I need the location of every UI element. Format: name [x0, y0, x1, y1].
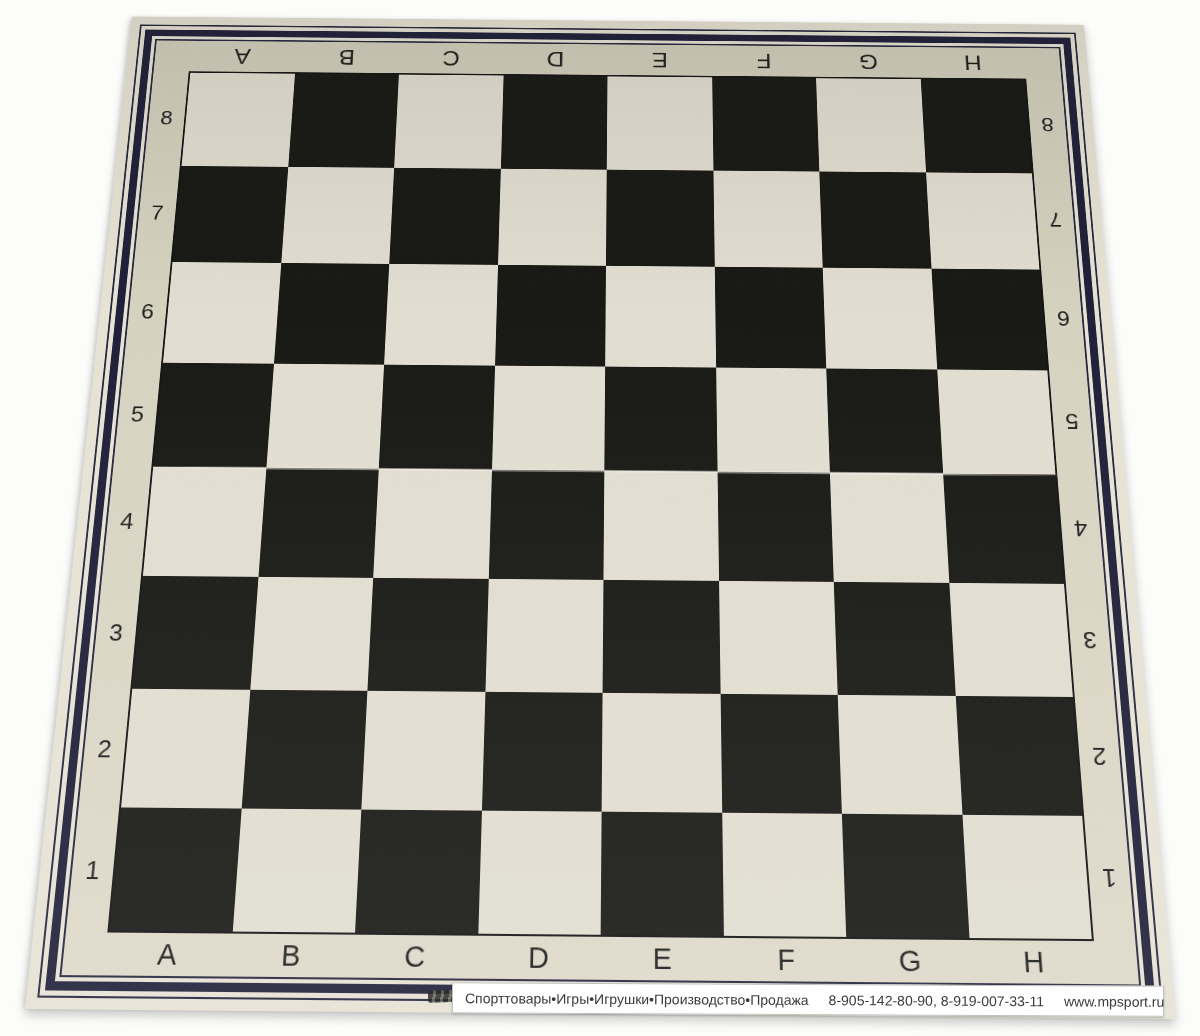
- square-c3: [367, 577, 488, 691]
- file-label-bottom-d: D: [476, 936, 601, 980]
- rank-label-right-7: 7: [1034, 172, 1078, 269]
- square-h6: [931, 269, 1047, 370]
- square-f5: [716, 367, 830, 472]
- chess-board: ABCDEFGH ABCDEFGH 87654321 87654321: [25, 17, 1175, 1019]
- square-c4: [373, 469, 491, 579]
- border-thick-navy-band: ABCDEFGH ABCDEFGH 87654321 87654321: [45, 30, 1155, 1001]
- square-e8: [607, 76, 713, 170]
- square-b4: [258, 468, 379, 578]
- square-f3: [719, 580, 838, 694]
- square-c5: [379, 364, 495, 469]
- square-h3: [949, 582, 1073, 697]
- border-thin-outer-line: ABCDEFGH ABCDEFGH 87654321 87654321: [37, 24, 1163, 1007]
- square-e7: [606, 169, 714, 266]
- square-g2: [838, 695, 962, 814]
- square-b5: [266, 363, 384, 468]
- square-f8: [712, 77, 820, 171]
- square-d8: [500, 75, 607, 169]
- square-c8: [394, 75, 503, 169]
- square-g1: [842, 813, 969, 938]
- square-g7: [819, 171, 931, 268]
- square-a8: [182, 73, 295, 167]
- square-g5: [826, 368, 942, 473]
- square-e5: [604, 366, 717, 471]
- file-label-bottom-e: E: [600, 937, 724, 981]
- square-a1: [109, 807, 241, 932]
- square-e2: [602, 693, 722, 812]
- file-label-bottom-f: F: [724, 938, 849, 982]
- photo-background: ABCDEFGH ABCDEFGH 87654321 87654321 Спор…: [0, 0, 1200, 1036]
- square-b8: [288, 74, 399, 168]
- square-h1: [962, 814, 1092, 939]
- square-d2: [481, 692, 602, 811]
- file-labels-bottom: ABCDEFGH: [103, 933, 1097, 985]
- square-b2: [241, 690, 367, 809]
- square-e1: [601, 811, 724, 936]
- file-label-top-c: C: [398, 43, 504, 74]
- rank-label-right-8: 8: [1026, 79, 1069, 173]
- square-a3: [132, 575, 258, 689]
- square-b6: [274, 263, 390, 364]
- square-f7: [713, 170, 823, 267]
- file-label-top-g: G: [816, 46, 922, 77]
- playfield: [107, 71, 1094, 941]
- label-website: www.mpsport.ru: [1064, 993, 1164, 1010]
- manufacturer-label: Спорттовары•Игры•Игрушки•Производство•Пр…: [452, 982, 1164, 1017]
- square-a5: [153, 362, 273, 467]
- file-label-top-b: B: [293, 42, 399, 73]
- square-a2: [121, 689, 250, 808]
- file-label-bottom-c: C: [352, 935, 478, 979]
- square-c1: [355, 809, 481, 934]
- square-b7: [281, 167, 394, 264]
- square-f2: [720, 694, 842, 813]
- square-d6: [495, 265, 606, 366]
- file-label-bottom-a: A: [103, 933, 230, 977]
- square-b1: [232, 808, 361, 933]
- file-label-bottom-g: G: [847, 939, 973, 983]
- square-f6: [714, 267, 826, 368]
- square-d1: [478, 810, 602, 935]
- file-label-top-f: F: [712, 45, 817, 76]
- square-h4: [943, 474, 1064, 584]
- square-d7: [498, 168, 607, 265]
- label-phones: 8-905-142-80-90, 8-919-007-33-11: [829, 992, 1044, 1009]
- square-c6: [384, 264, 497, 365]
- border-thin-inner-line: ABCDEFGH ABCDEFGH 87654321 87654321: [59, 39, 1141, 987]
- square-c7: [389, 167, 500, 264]
- square-e3: [603, 579, 721, 693]
- file-label-top-d: D: [503, 43, 608, 74]
- square-g3: [834, 581, 956, 695]
- label-categories: Спорттовары•Игры•Игрушки•Производство•Пр…: [465, 990, 809, 1008]
- file-label-bottom-b: B: [228, 934, 354, 978]
- square-h8: [920, 79, 1032, 173]
- square-b3: [250, 576, 373, 690]
- square-h5: [937, 369, 1056, 475]
- square-h7: [926, 172, 1040, 270]
- square-d5: [492, 365, 606, 470]
- file-label-top-e: E: [607, 44, 712, 75]
- coordinate-margin: ABCDEFGH ABCDEFGH 87654321 87654321: [62, 40, 1140, 984]
- square-f4: [717, 472, 834, 582]
- board-perspective-wrap: ABCDEFGH ABCDEFGH 87654321 87654321: [0, 0, 1200, 1036]
- square-d4: [488, 470, 604, 580]
- square-g4: [830, 473, 949, 583]
- square-g8: [816, 78, 926, 172]
- square-a7: [172, 166, 287, 263]
- square-h2: [955, 696, 1082, 815]
- square-a4: [143, 467, 266, 577]
- square-a6: [163, 262, 281, 363]
- file-label-top-h: H: [920, 47, 1026, 78]
- square-f1: [722, 812, 846, 937]
- square-c2: [361, 691, 485, 810]
- file-label-bottom-h: H: [971, 940, 1098, 984]
- square-g6: [823, 268, 937, 369]
- file-label-top-a: A: [189, 41, 296, 72]
- square-d3: [485, 578, 603, 692]
- square-e6: [605, 266, 716, 367]
- square-e4: [603, 471, 718, 581]
